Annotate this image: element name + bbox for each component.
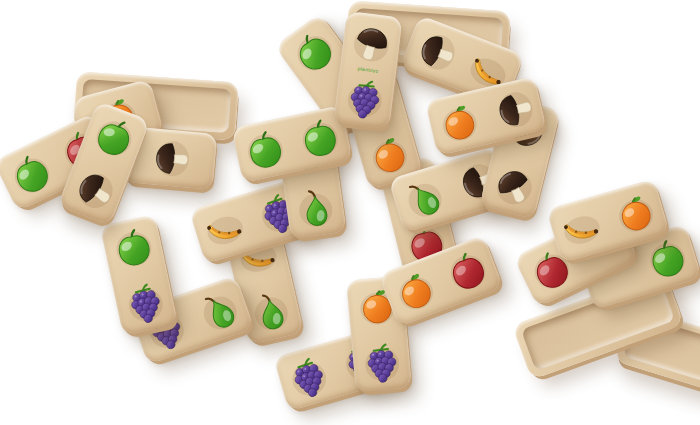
tile-half-mushroom: [479, 151, 547, 219]
tile-half-grapes: [112, 269, 178, 335]
green-pear-icon: [292, 185, 338, 231]
orange-icon: [388, 265, 441, 318]
mushroom-icon: [409, 24, 462, 77]
mushroom-icon: [65, 161, 122, 218]
grapes-icon: [342, 75, 388, 121]
grapes-icon: [283, 351, 334, 402]
banana-icon: [556, 203, 607, 254]
grapes-icon: [121, 278, 170, 327]
mushroom-icon: [486, 158, 541, 213]
green-pear-icon: [190, 282, 247, 339]
green-apple-icon: [240, 126, 289, 175]
grapes-icon: [359, 340, 403, 384]
mushroom-icon: [346, 17, 397, 68]
mushroom-icon: [489, 85, 538, 134]
tile-half-grapes: [351, 332, 412, 393]
banana-icon: [199, 204, 250, 255]
orange-icon: [434, 98, 483, 147]
table-surface: plantoys: [0, 0, 700, 425]
green-apple-icon: [641, 233, 692, 284]
tile-half-grapes: [333, 67, 395, 129]
tile-half-green-pear: [283, 176, 346, 239]
green-apple-icon: [3, 147, 58, 202]
orange-icon: [363, 130, 414, 181]
orange-icon: [610, 188, 661, 239]
red-apple-icon: [441, 244, 494, 297]
mushroom-icon: [148, 136, 192, 180]
domino-green-apple-grapes[interactable]: [100, 214, 178, 335]
green-apple-icon: [109, 223, 158, 272]
green-apple-icon: [88, 110, 141, 163]
tile-half-mushroom: [340, 11, 402, 73]
green-pear-icon: [395, 169, 452, 226]
